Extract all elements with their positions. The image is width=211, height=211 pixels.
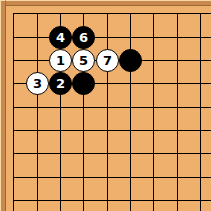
grid-line-horizontal xyxy=(13,13,211,14)
stone-black-2: 2 xyxy=(49,72,72,95)
board-edge-top xyxy=(0,0,211,6)
stone-black-4: 4 xyxy=(49,26,72,49)
stone-white-7: 7 xyxy=(96,49,119,72)
stone-black xyxy=(119,49,142,72)
go-board-diagram: 4615732 xyxy=(0,0,211,211)
grid-line-vertical xyxy=(130,13,131,211)
grid-line-horizontal xyxy=(13,200,211,201)
grid-line-vertical xyxy=(200,13,201,211)
grid-line-horizontal xyxy=(13,130,211,131)
grid-line-vertical xyxy=(13,13,14,211)
grid-line-vertical xyxy=(153,13,154,211)
stone-black xyxy=(72,72,95,95)
stone-white-3: 3 xyxy=(26,72,49,95)
board-edge-left xyxy=(0,0,6,211)
grid-line-vertical xyxy=(107,13,108,211)
grid-line-horizontal xyxy=(13,153,211,154)
grid-line-horizontal xyxy=(13,177,211,178)
grid-line-vertical xyxy=(177,13,178,211)
grid-line-horizontal xyxy=(13,107,211,108)
grid-line-horizontal xyxy=(13,37,211,38)
grid-line-vertical xyxy=(37,13,38,211)
stone-white-1: 1 xyxy=(49,49,72,72)
stone-black-6: 6 xyxy=(72,26,95,49)
stone-white-5: 5 xyxy=(72,49,95,72)
